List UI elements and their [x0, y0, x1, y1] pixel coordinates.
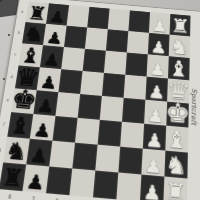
film-grain-specks	[0, 0, 2, 2]
piece-black-rook[interactable]: ♜	[0, 166, 25, 192]
square-f2[interactable]: ♟	[143, 124, 166, 151]
square-d2[interactable]: ♟	[145, 77, 168, 102]
square-c4[interactable]	[104, 51, 127, 75]
square-d3[interactable]	[124, 75, 147, 100]
square-g1[interactable]: ♞	[164, 151, 188, 179]
square-h6[interactable]	[46, 166, 72, 195]
piece-black-pawn[interactable]: ♟	[45, 30, 63, 47]
brand-text: Sportcraft	[190, 88, 198, 126]
square-f7[interactable]: ♟	[30, 114, 56, 141]
square-d5[interactable]	[80, 71, 104, 96]
piece-white-pawn[interactable]: ♟	[147, 106, 165, 125]
square-a4[interactable]	[108, 9, 130, 31]
square-a6[interactable]	[67, 5, 90, 27]
square-c5[interactable]	[83, 49, 106, 73]
piece-white-rook[interactable]: ♜	[164, 180, 186, 200]
square-g8[interactable]: ♞	[3, 137, 30, 165]
square-c2[interactable]: ♟	[147, 54, 169, 78]
square-f6[interactable]	[52, 116, 77, 143]
square-a2[interactable]: ♟	[149, 12, 170, 35]
square-h7[interactable]: ♟	[22, 164, 49, 193]
piece-white-pawn[interactable]: ♟	[143, 182, 162, 200]
square-f5[interactable]	[75, 118, 100, 145]
square-b3[interactable]	[127, 31, 149, 54]
square-a5[interactable]	[87, 7, 109, 29]
square-c6[interactable]	[61, 47, 85, 71]
square-e6[interactable]	[55, 92, 80, 118]
square-h5[interactable]	[69, 168, 95, 197]
bottom-coord-label: 6	[44, 194, 69, 200]
piece-white-pawn[interactable]: ♟	[150, 39, 167, 56]
square-f3[interactable]	[120, 122, 144, 149]
square-b1[interactable]: ♞	[169, 35, 190, 58]
square-f4[interactable]	[98, 120, 122, 147]
square-g7[interactable]: ♟	[26, 139, 52, 167]
square-c7[interactable]: ♟	[40, 45, 64, 69]
piece-white-knight[interactable]: ♞	[165, 153, 188, 179]
piece-black-pawn[interactable]: ♟	[32, 121, 52, 141]
square-e8[interactable]: ♚	[11, 88, 37, 114]
piece-white-pawn[interactable]: ♟	[145, 131, 163, 151]
square-h3[interactable]	[116, 172, 141, 200]
piece-black-pawn[interactable]: ♟	[29, 146, 49, 166]
square-h8[interactable]: ♜	[0, 162, 26, 191]
square-c3[interactable]	[125, 52, 148, 76]
square-b2[interactable]: ♟	[148, 33, 170, 56]
square-a7[interactable]: ♟	[46, 3, 69, 25]
piece-black-bishop[interactable]: ♝	[7, 113, 33, 139]
square-b7[interactable]: ♟	[43, 24, 67, 47]
square-h1[interactable]: ♜	[163, 177, 187, 200]
square-h2[interactable]: ♟	[140, 175, 164, 200]
square-e5[interactable]	[78, 94, 102, 120]
square-b5[interactable]	[85, 27, 108, 50]
piece-black-pawn[interactable]: ♟	[39, 74, 58, 92]
piece-white-rook[interactable]: ♜	[170, 16, 190, 36]
piece-white-pawn[interactable]: ♟	[144, 156, 163, 177]
piece-white-pawn[interactable]: ♟	[149, 60, 166, 78]
piece-white-bishop[interactable]: ♝	[165, 127, 188, 153]
square-b4[interactable]	[106, 29, 128, 52]
square-f1[interactable]: ♝	[165, 126, 188, 153]
chess-board-perspective-wrapper: abcdefgh 87654321 Sportcraft ♜♟♟♜♞♟♟♞♝♟♟…	[0, 0, 200, 200]
piece-black-pawn[interactable]: ♟	[36, 97, 55, 116]
square-b6[interactable]	[64, 26, 87, 49]
square-g3[interactable]	[118, 147, 142, 175]
chess-board: abcdefgh 87654321 Sportcraft ♜♟♟♜♞♟♟♞♝♟♟…	[0, 0, 200, 200]
piece-black-pawn[interactable]: ♟	[48, 9, 66, 26]
photo-canvas: abcdefgh 87654321 Sportcraft ♜♟♟♜♞♟♟♞♝♟♟…	[0, 0, 200, 200]
square-h4[interactable]	[93, 170, 118, 199]
square-d4[interactable]	[102, 73, 125, 98]
square-e4[interactable]	[100, 96, 124, 122]
square-a8[interactable]: ♜	[25, 1, 48, 23]
square-g5[interactable]	[72, 143, 97, 171]
square-b8[interactable]: ♞	[22, 22, 46, 45]
piece-black-rook[interactable]: ♜	[26, 4, 48, 24]
piece-white-pawn[interactable]: ♟	[151, 18, 168, 35]
board-grid: ♜♟♟♜♞♟♟♞♝♟♟♝♛♟♟♛♚♟♟♚♝♟♟♝♞♟♟♞♜♟♟♜	[0, 1, 191, 200]
piece-black-king[interactable]: ♚	[10, 86, 39, 114]
square-g2[interactable]: ♟	[141, 149, 165, 177]
square-e3[interactable]	[122, 98, 145, 124]
square-a1[interactable]: ♜	[170, 14, 191, 37]
square-d6[interactable]	[58, 69, 82, 94]
piece-black-knight[interactable]: ♞	[3, 139, 29, 165]
square-g6[interactable]	[49, 141, 75, 169]
piece-black-pawn[interactable]: ♟	[42, 51, 61, 69]
square-a3[interactable]	[128, 10, 150, 33]
square-e2[interactable]: ♟	[144, 100, 167, 126]
piece-white-pawn[interactable]: ♟	[148, 83, 165, 101]
square-e1[interactable]: ♚	[166, 102, 189, 128]
square-f8[interactable]: ♝	[7, 112, 33, 139]
piece-white-king[interactable]: ♚	[165, 100, 191, 128]
piece-black-pawn[interactable]: ♟	[25, 172, 46, 193]
square-g4[interactable]	[95, 145, 120, 173]
